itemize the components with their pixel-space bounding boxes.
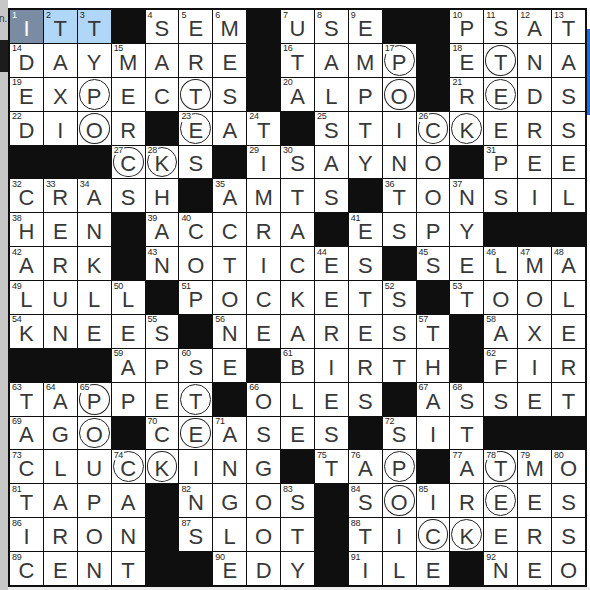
grid-cell-r13c7[interactable]: 71A — [213, 417, 246, 450]
grid-cell-r1c6[interactable]: 5E — [179, 10, 212, 43]
grid-cell-r11c7[interactable]: E — [213, 349, 246, 382]
grid-cell-r3c4[interactable]: E — [112, 78, 145, 111]
grid-cell-r17c4[interactable]: T — [112, 552, 145, 585]
grid-cell-r5c10[interactable]: A — [315, 146, 348, 179]
grid-cell-r15c8[interactable]: O — [247, 484, 280, 517]
grid-cell-r2c11[interactable]: M — [349, 44, 382, 77]
grid-cell-r8c2[interactable]: R — [44, 247, 77, 280]
grid-cell-r6c16[interactable]: I — [518, 179, 551, 212]
grid-cell-r11c9[interactable]: 61B — [281, 349, 314, 382]
grid-cell-r9c2[interactable]: U — [44, 281, 77, 314]
grid-cell-r11c10[interactable]: I — [315, 349, 348, 382]
clue-number: 20 — [283, 78, 292, 87]
cell-letter: E — [349, 315, 382, 348]
grid-cell-r17c12[interactable]: L — [383, 552, 416, 585]
grid-cell-r14c14[interactable]: 77A — [450, 450, 483, 483]
grid-cell-r1c3[interactable]: 3T — [78, 10, 111, 43]
grid-cell-r13c3[interactable]: O — [78, 417, 111, 450]
clue-number: 5 — [181, 11, 186, 20]
grid-cell-r17c8[interactable]: D — [247, 552, 280, 585]
grid-cell-r8c14[interactable]: E — [450, 247, 483, 280]
grid-cell-r13c5[interactable]: 70C — [146, 417, 179, 450]
grid-cell-r6c10[interactable]: S — [315, 179, 348, 212]
grid-cell-r8c10[interactable]: 44E — [315, 247, 348, 280]
grid-cell-r4c17[interactable]: S — [552, 112, 585, 145]
grid-cell-r4c2[interactable]: I — [44, 112, 77, 145]
grid-cell-r16c8[interactable]: O — [247, 518, 280, 551]
grid-cell-r3c7[interactable]: S — [213, 78, 246, 111]
grid-cell-r1c15[interactable]: 11S — [484, 10, 517, 43]
grid-cell-r14c5[interactable]: K — [146, 450, 179, 483]
clue-number: 3 — [80, 11, 85, 20]
grid-cell-r12c3[interactable]: 65P — [78, 383, 111, 416]
grid-cell-r2c17[interactable]: A — [552, 44, 585, 77]
clue-number: 14 — [12, 44, 21, 53]
grid-cell-r10c11[interactable]: E — [349, 315, 382, 348]
grid-cell-r10c7[interactable]: 56N — [213, 315, 246, 348]
grid-cell-r12c11[interactable]: S — [349, 383, 382, 416]
grid-cell-r7c14[interactable]: Y — [450, 213, 483, 246]
grid-cell-r1c2[interactable]: 2T — [44, 10, 77, 43]
grid-cell-r4c7[interactable]: A — [213, 112, 246, 145]
grid-cell-r17c9[interactable]: Y — [281, 552, 314, 585]
grid-cell-r12c4[interactable]: P — [112, 383, 145, 416]
grid-cell-r16c13[interactable]: C — [417, 518, 450, 551]
grid-cell-r5c17[interactable]: E — [552, 146, 585, 179]
cell-letter: A — [281, 213, 314, 246]
grid-cell-r10c16[interactable]: X — [518, 315, 551, 348]
cell-letter: M — [247, 179, 280, 212]
grid-cell-r3c6[interactable]: T — [179, 78, 212, 111]
grid-cell-r5c12[interactable]: N — [383, 146, 416, 179]
clue-number: 78 — [486, 451, 496, 460]
grid-cell-r10c13[interactable]: 57T — [417, 315, 450, 348]
grid-cell-r14c17[interactable]: 80O — [552, 450, 585, 483]
cell-letter: R — [450, 484, 483, 517]
grid-cell-r12c9[interactable]: L — [281, 383, 314, 416]
grid-cell-r6c1[interactable]: 32C — [10, 179, 43, 212]
clue-number: 13 — [554, 11, 563, 20]
grid-cell-r6c4[interactable]: S — [112, 179, 145, 212]
grid-cell-r5c11[interactable]: Y — [349, 146, 382, 179]
cell-letter: S — [484, 383, 517, 416]
grid-cell-r11c13[interactable]: H — [417, 349, 450, 382]
grid-cell-r15c6[interactable]: 82N — [179, 484, 212, 517]
cell-letter: S — [213, 78, 246, 111]
grid-cell-r3c16[interactable]: D — [518, 78, 551, 111]
cell-letter: E — [247, 315, 280, 348]
grid-cell-r4c13[interactable]: 26C — [417, 112, 450, 145]
grid-cell-r6c14[interactable]: 37N — [450, 179, 483, 212]
grid-cell-r12c16[interactable]: E — [518, 383, 551, 416]
grid-cell-r16c6[interactable]: 87S — [179, 518, 212, 551]
grid-cell-r16c2[interactable]: R — [44, 518, 77, 551]
grid-cell-r6c9[interactable]: T — [281, 179, 314, 212]
grid-cell-r10c9[interactable]: A — [281, 315, 314, 348]
grid-cell-r4c16[interactable]: R — [518, 112, 551, 145]
grid-cell-r12c17[interactable]: T — [552, 383, 585, 416]
grid-cell-r11c11[interactable]: R — [349, 349, 382, 382]
grid-cell-r4c8[interactable]: 24T — [247, 112, 280, 145]
grid-cell-r13c9[interactable]: E — [281, 417, 314, 450]
grid-cell-r15c9[interactable]: 83S — [281, 484, 314, 517]
grid-cell-r6c13[interactable]: O — [417, 179, 450, 212]
clue-number: 26 — [419, 112, 429, 121]
grid-cell-r6c5[interactable]: H — [146, 179, 179, 212]
grid-cell-r8c1[interactable]: 42A — [10, 247, 43, 280]
cell-letter: H — [146, 179, 179, 212]
black-square-r13c11 — [349, 417, 382, 450]
grid-cell-r16c16[interactable]: R — [518, 518, 551, 551]
cell-letter: T — [484, 44, 517, 77]
grid-cell-r2c2[interactable]: A — [44, 44, 77, 77]
grid-cell-r15c16[interactable]: E — [518, 484, 551, 517]
grid-cell-r7c9[interactable]: A — [281, 213, 314, 246]
clue-number: 49 — [12, 282, 21, 291]
cell-letter: E — [315, 383, 348, 416]
grid-cell-r10c17[interactable]: E — [552, 315, 585, 348]
grid-cell-r15c14[interactable]: R — [450, 484, 483, 517]
clue-number: 36 — [385, 180, 394, 189]
grid-cell-r13c1[interactable]: 69A — [10, 417, 43, 450]
cell-letter: O — [518, 281, 551, 314]
cell-letter: O — [417, 146, 450, 179]
left-strip-dark-patch — [0, 40, 8, 72]
cell-letter: S — [315, 417, 348, 450]
grid-cell-r13c14[interactable]: T — [450, 417, 483, 450]
grid-cell-r13c13[interactable]: I — [417, 417, 450, 450]
grid-cell-r15c2[interactable]: A — [44, 484, 77, 517]
grid-cell-r9c10[interactable]: E — [315, 281, 348, 314]
cell-letter: O — [552, 552, 585, 585]
grid-cell-r17c17[interactable]: O — [552, 552, 585, 585]
grid-cell-r7c5[interactable]: 39A — [146, 213, 179, 246]
grid-cell-r17c2[interactable]: E — [44, 552, 77, 585]
black-square-r17c6 — [179, 552, 212, 585]
grid-cell-r8c17[interactable]: 48A — [552, 247, 585, 280]
grid-cell-r10c12[interactable]: S — [383, 315, 416, 348]
cell-letter: C — [417, 518, 450, 551]
grid-cell-r16c12[interactable]: I — [383, 518, 416, 551]
cell-letter: E — [44, 552, 77, 585]
grid-cell-r15c15[interactable]: E — [484, 484, 517, 517]
grid-cell-r1c10[interactable]: 8S — [315, 10, 348, 43]
clue-number: 31 — [486, 146, 495, 155]
grid-cell-r6c15[interactable]: S — [484, 179, 517, 212]
grid-cell-r1c5[interactable]: 4S — [146, 10, 179, 43]
cell-letter: S — [383, 213, 416, 246]
grid-cell-r3c11[interactable]: P — [349, 78, 382, 111]
grid-cell-r2c10[interactable]: A — [315, 44, 348, 77]
clue-number: 59 — [114, 349, 123, 358]
grid-cell-r16c15[interactable]: E — [484, 518, 517, 551]
grid-cell-r9c6[interactable]: 51P — [179, 281, 212, 314]
grid-cell-r15c13[interactable]: 85I — [417, 484, 450, 517]
grid-cell-r14c11[interactable]: 76A — [349, 450, 382, 483]
cell-letter: I — [179, 450, 212, 483]
grid-cell-r7c7[interactable]: C — [213, 213, 246, 246]
grid-cell-r10c5[interactable]: 55S — [146, 315, 179, 348]
grid-cell-r6c8[interactable]: M — [247, 179, 280, 212]
grid-cell-r6c3[interactable]: 34A — [78, 179, 111, 212]
cell-letter: K — [450, 518, 483, 551]
grid-cell-r14c8[interactable]: G — [247, 450, 280, 483]
grid-cell-r9c16[interactable]: O — [518, 281, 551, 314]
cell-letter: R — [518, 518, 551, 551]
grid-cell-r12c10[interactable]: E — [315, 383, 348, 416]
grid-cell-r8c3[interactable]: K — [78, 247, 111, 280]
grid-cell-r13c6[interactable]: E — [179, 417, 212, 450]
grid-cell-r12c1[interactable]: 63T — [10, 383, 43, 416]
grid-cell-r12c15[interactable]: S — [484, 383, 517, 416]
black-square-r11c3 — [78, 349, 111, 382]
cell-letter: N — [44, 315, 77, 348]
grid-cell-r10c10[interactable]: R — [315, 315, 348, 348]
grid-cell-r1c14[interactable]: 10P — [450, 10, 483, 43]
grid-cell-r17c3[interactable]: N — [78, 552, 111, 585]
grid-cell-r4c6[interactable]: 23E — [179, 112, 212, 145]
grid-cell-r14c10[interactable]: 75T — [315, 450, 348, 483]
grid-cell-r3c12[interactable]: O — [383, 78, 416, 111]
grid-cell-r14c1[interactable]: 73C — [10, 450, 43, 483]
grid-cell-r1c7[interactable]: 6M — [213, 10, 246, 43]
clue-number: 51 — [181, 282, 190, 291]
grid-cell-r4c4[interactable]: R — [112, 112, 145, 145]
cell-letter: L — [552, 281, 585, 314]
grid-cell-r16c3[interactable]: O — [78, 518, 111, 551]
grid-cell-r3c14[interactable]: 21R — [450, 78, 483, 111]
grid-cell-r3c2[interactable]: X — [44, 78, 77, 111]
grid-cell-r11c16[interactable]: I — [518, 349, 551, 382]
grid-cell-r3c3[interactable]: P — [78, 78, 111, 111]
grid-cell-r1c1[interactable]: 1I — [10, 10, 43, 43]
black-square-r1c13 — [417, 10, 450, 43]
grid-cell-r2c7[interactable]: E — [213, 44, 246, 77]
grid-cell-r7c3[interactable]: N — [78, 213, 111, 246]
grid-cell-r16c14[interactable]: K — [450, 518, 483, 551]
grid-cell-r1c9[interactable]: 7U — [281, 10, 314, 43]
grid-cell-r5c16[interactable]: E — [518, 146, 551, 179]
clue-number: 72 — [385, 417, 394, 426]
grid-cell-r11c5[interactable]: P — [146, 349, 179, 382]
grid-cell-r2c9[interactable]: 16T — [281, 44, 314, 77]
grid-cell-r10c8[interactable]: E — [247, 315, 280, 348]
grid-cell-r15c3[interactable]: P — [78, 484, 111, 517]
grid-cell-r4c10[interactable]: 25S — [315, 112, 348, 145]
grid-cell-r4c15[interactable]: E — [484, 112, 517, 145]
grid-cell-r17c16[interactable]: E — [518, 552, 551, 585]
grid-cell-r7c13[interactable]: P — [417, 213, 450, 246]
grid-cell-r16c7[interactable]: L — [213, 518, 246, 551]
grid-cell-r4c3[interactable]: O — [78, 112, 111, 145]
grid-cell-r3c17[interactable]: S — [552, 78, 585, 111]
grid-cell-r5c13[interactable]: O — [417, 146, 450, 179]
grid-cell-r8c8[interactable]: I — [247, 247, 280, 280]
grid-cell-r8c16[interactable]: 47M — [518, 247, 551, 280]
grid-cell-r8c5[interactable]: 43N — [146, 247, 179, 280]
grid-cell-r12c13[interactable]: 67A — [417, 383, 450, 416]
grid-cell-r12c5[interactable]: E — [146, 383, 179, 416]
grid-cell-r7c8[interactable]: R — [247, 213, 280, 246]
grid-cell-r17c11[interactable]: 91I — [349, 552, 382, 585]
black-square-r5c2 — [44, 146, 77, 179]
grid-cell-r17c7[interactable]: 90E — [213, 552, 246, 585]
grid-cell-r6c7[interactable]: 35A — [213, 179, 246, 212]
grid-cell-r14c2[interactable]: L — [44, 450, 77, 483]
grid-cell-r5c5[interactable]: 28K — [146, 146, 179, 179]
grid-cell-r4c1[interactable]: 22D — [10, 112, 43, 145]
grid-cell-r15c4[interactable]: A — [112, 484, 145, 517]
grid-cell-r16c11[interactable]: 88T — [349, 518, 382, 551]
grid-cell-r15c11[interactable]: 84S — [349, 484, 382, 517]
grid-cell-r1c16[interactable]: 12A — [518, 10, 551, 43]
cell-letter: S — [383, 315, 416, 348]
grid-cell-r4c12[interactable]: I — [383, 112, 416, 145]
clue-number: 64 — [46, 383, 55, 392]
clue-number: 2 — [46, 11, 51, 20]
grid-cell-r14c15[interactable]: 78T — [484, 450, 517, 483]
grid-cell-r9c7[interactable]: O — [213, 281, 246, 314]
clue-number: 50 — [114, 282, 123, 291]
grid-cell-r16c9[interactable]: T — [281, 518, 314, 551]
grid-cell-r12c2[interactable]: 64A — [44, 383, 77, 416]
grid-cell-r6c2[interactable]: 33R — [44, 179, 77, 212]
grid-cell-r9c15[interactable]: O — [484, 281, 517, 314]
grid-cell-r14c7[interactable]: N — [213, 450, 246, 483]
grid-cell-r3c1[interactable]: 19E — [10, 78, 43, 111]
grid-cell-r13c12[interactable]: 72S — [383, 417, 416, 450]
grid-cell-r9c4[interactable]: 50L — [112, 281, 145, 314]
grid-cell-r7c12[interactable]: S — [383, 213, 416, 246]
grid-cell-r8c11[interactable]: S — [349, 247, 382, 280]
grid-cell-r2c16[interactable]: N — [518, 44, 551, 77]
grid-cell-r10c4[interactable]: E — [112, 315, 145, 348]
grid-cell-r5c6[interactable]: S — [179, 146, 212, 179]
grid-cell-r5c15[interactable]: 31P — [484, 146, 517, 179]
clue-number: 43 — [148, 248, 157, 257]
grid-cell-r11c12[interactable]: T — [383, 349, 416, 382]
grid-cell-r4c14[interactable]: K — [450, 112, 483, 145]
grid-cell-r9c1[interactable]: 49L — [10, 281, 43, 314]
grid-cell-r2c14[interactable]: 18E — [450, 44, 483, 77]
grid-cell-r10c15[interactable]: 58A — [484, 315, 517, 348]
grid-cell-r7c11[interactable]: 41E — [349, 213, 382, 246]
cell-letter: E — [518, 146, 551, 179]
grid-cell-r14c12[interactable]: P — [383, 450, 416, 483]
grid-cell-r4c11[interactable]: T — [349, 112, 382, 145]
grid-cell-r2c12[interactable]: 17P — [383, 44, 416, 77]
grid-cell-r15c17[interactable]: S — [552, 484, 585, 517]
grid-cell-r11c17[interactable]: R — [552, 349, 585, 382]
grid-cell-r3c10[interactable]: L — [315, 78, 348, 111]
grid-cell-r5c8[interactable]: 29I — [247, 146, 280, 179]
cell-letter: S — [315, 179, 348, 212]
grid-cell-r6c17[interactable]: L — [552, 179, 585, 212]
grid-cell-r3c9[interactable]: 20A — [281, 78, 314, 111]
grid-cell-r15c7[interactable]: G — [213, 484, 246, 517]
grid-cell-r1c17[interactable]: 13T — [552, 10, 585, 43]
grid-cell-r7c6[interactable]: 40C — [179, 213, 212, 246]
grid-cell-r8c13[interactable]: 45S — [417, 247, 450, 280]
grid-cell-r7c2[interactable]: E — [44, 213, 77, 246]
cell-letter: P — [78, 78, 111, 111]
grid-cell-r12c14[interactable]: 68S — [450, 383, 483, 416]
grid-cell-r8c15[interactable]: 46L — [484, 247, 517, 280]
grid-cell-r11c4[interactable]: 59A — [112, 349, 145, 382]
cell-letter: L — [281, 383, 314, 416]
grid-cell-r5c4[interactable]: 27C — [112, 146, 145, 179]
grid-cell-r2c15[interactable]: T — [484, 44, 517, 77]
grid-cell-r6c12[interactable]: 36T — [383, 179, 416, 212]
grid-cell-r9c8[interactable]: C — [247, 281, 280, 314]
grid-cell-r8c7[interactable]: T — [213, 247, 246, 280]
grid-cell-r13c2[interactable]: G — [44, 417, 77, 450]
grid-cell-r16c4[interactable]: N — [112, 518, 145, 551]
grid-cell-r7c1[interactable]: 38H — [10, 213, 43, 246]
grid-cell-r12c8[interactable]: 66O — [247, 383, 280, 416]
grid-cell-r9c3[interactable]: L — [78, 281, 111, 314]
clue-number: 89 — [12, 553, 21, 562]
grid-cell-r16c1[interactable]: 86I — [10, 518, 43, 551]
grid-cell-r9c17[interactable]: L — [552, 281, 585, 314]
grid-cell-r9c12[interactable]: 52S — [383, 281, 416, 314]
grid-cell-r13c10[interactable]: S — [315, 417, 348, 450]
grid-cell-r8c9[interactable]: C — [281, 247, 314, 280]
grid-cell-r15c1[interactable]: 81T — [10, 484, 43, 517]
grid-cell-r9c9[interactable]: K — [281, 281, 314, 314]
grid-cell-r5c9[interactable]: 30S — [281, 146, 314, 179]
grid-cell-r2c5[interactable]: A — [146, 44, 179, 77]
clue-number: 10 — [452, 11, 461, 20]
grid-cell-r10c3[interactable]: E — [78, 315, 111, 348]
clue-number: 84 — [351, 485, 360, 494]
grid-cell-r2c6[interactable]: R — [179, 44, 212, 77]
cell-letter: I — [518, 179, 551, 212]
grid-cell-r2c3[interactable]: Y — [78, 44, 111, 77]
grid-cell-r15c12[interactable]: O — [383, 484, 416, 517]
clue-number: 68 — [452, 383, 461, 392]
grid-cell-r14c6[interactable]: I — [179, 450, 212, 483]
grid-cell-r9c11[interactable]: T — [349, 281, 382, 314]
cell-letter: E — [518, 552, 551, 585]
grid-cell-r2c4[interactable]: 15M — [112, 44, 145, 77]
grid-cell-r17c1[interactable]: 89C — [10, 552, 43, 585]
grid-cell-r9c14[interactable]: 53T — [450, 281, 483, 314]
grid-cell-r14c16[interactable]: 79M — [518, 450, 551, 483]
grid-cell-r14c4[interactable]: 74C — [112, 450, 145, 483]
grid-cell-r3c5[interactable]: C — [146, 78, 179, 111]
grid-cell-r12c6[interactable]: T — [179, 383, 212, 416]
grid-cell-r11c15[interactable]: 62F — [484, 349, 517, 382]
grid-cell-r14c3[interactable]: U — [78, 450, 111, 483]
grid-cell-r13c8[interactable]: S — [247, 417, 280, 450]
clue-number: 30 — [283, 146, 292, 155]
grid-cell-r17c13[interactable]: E — [417, 552, 450, 585]
grid-cell-r1c11[interactable]: 9E — [349, 10, 382, 43]
grid-cell-r10c2[interactable]: N — [44, 315, 77, 348]
grid-cell-r3c15[interactable]: E — [484, 78, 517, 111]
grid-cell-r2c1[interactable]: 14D — [10, 44, 43, 77]
black-square-r11c14 — [450, 349, 483, 382]
grid-cell-r10c1[interactable]: 54K — [10, 315, 43, 348]
black-square-r11c8 — [247, 349, 280, 382]
grid-cell-r8c6[interactable]: O — [179, 247, 212, 280]
cell-letter: R — [349, 349, 382, 382]
grid-cell-r11c6[interactable]: 60S — [179, 349, 212, 382]
grid-cell-r17c15[interactable]: 92N — [484, 552, 517, 585]
cell-letter: L — [78, 281, 111, 314]
grid-cell-r16c17[interactable]: S — [552, 518, 585, 551]
